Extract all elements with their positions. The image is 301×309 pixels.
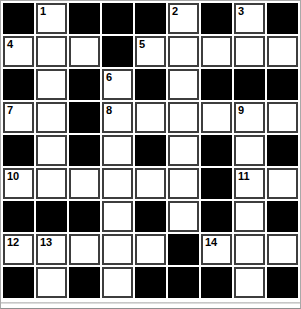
cell-r8c9[interactable] (267, 234, 298, 265)
cell-r5c3 (69, 135, 100, 166)
cell-r3c7 (201, 69, 232, 100)
cell-r5c1 (3, 135, 34, 166)
cell-r4c2[interactable] (36, 102, 67, 133)
clue-number: 11 (238, 170, 250, 183)
cell-r5c4[interactable] (102, 135, 133, 166)
cell-r6c9[interactable] (267, 168, 298, 199)
cell-r3c9 (267, 69, 298, 100)
clue-number: 7 (7, 104, 13, 117)
cell-r4c3 (69, 102, 100, 133)
cell-r5c8[interactable] (234, 135, 265, 166)
cell-r6c8[interactable]: 11 (234, 168, 265, 199)
cell-r1c6[interactable]: 2 (168, 3, 199, 34)
cell-r6c6[interactable] (168, 168, 199, 199)
cell-r8c5[interactable] (135, 234, 166, 265)
cell-r8c6 (168, 234, 199, 265)
cell-r7c3 (69, 201, 100, 232)
cell-r8c4[interactable] (102, 234, 133, 265)
cell-r3c4[interactable]: 6 (102, 69, 133, 100)
cell-r5c6[interactable] (168, 135, 199, 166)
cell-r5c2[interactable] (36, 135, 67, 166)
cell-r7c6[interactable] (168, 201, 199, 232)
cell-r3c3 (69, 69, 100, 100)
clue-number: 6 (106, 71, 112, 84)
cell-r4c5[interactable] (135, 102, 166, 133)
cell-r1c3 (69, 3, 100, 34)
cell-r7c4[interactable] (102, 201, 133, 232)
crossword-grid: 1234567891011121314 (3, 3, 298, 298)
cell-r4c6[interactable] (168, 102, 199, 133)
cell-r4c4[interactable]: 8 (102, 102, 133, 133)
clue-number: 5 (139, 38, 145, 51)
cell-r2c1[interactable]: 4 (3, 36, 34, 67)
cell-r2c3[interactable] (69, 36, 100, 67)
cell-r2c5[interactable]: 5 (135, 36, 166, 67)
cell-r3c1 (3, 69, 34, 100)
cell-r3c5 (135, 69, 166, 100)
cell-r2c2[interactable] (36, 36, 67, 67)
cell-r8c2[interactable]: 13 (36, 234, 67, 265)
cell-r8c3[interactable] (69, 234, 100, 265)
cell-r3c2[interactable] (36, 69, 67, 100)
cell-r7c9 (267, 201, 298, 232)
cell-r6c1[interactable]: 10 (3, 168, 34, 199)
cell-r7c7 (201, 201, 232, 232)
cell-r2c4 (102, 36, 133, 67)
cell-r5c5 (135, 135, 166, 166)
cell-r4c9[interactable] (267, 102, 298, 133)
cell-r1c8[interactable]: 3 (234, 3, 265, 34)
clue-number: 14 (205, 236, 217, 249)
clue-number: 13 (40, 236, 52, 249)
cell-r2c6[interactable] (168, 36, 199, 67)
cell-r6c5[interactable] (135, 168, 166, 199)
cell-r3c8 (234, 69, 265, 100)
cell-r4c7[interactable] (201, 102, 232, 133)
cell-r7c2 (36, 201, 67, 232)
cell-r9c3 (69, 267, 100, 298)
cell-r9c6 (168, 267, 199, 298)
cell-r3c6[interactable] (168, 69, 199, 100)
cell-r1c4 (102, 3, 133, 34)
clue-number: 8 (106, 104, 112, 117)
cell-r6c2[interactable] (36, 168, 67, 199)
cell-r2c9[interactable] (267, 36, 298, 67)
cell-r6c4[interactable] (102, 168, 133, 199)
cell-r9c4[interactable] (102, 267, 133, 298)
cell-r9c9 (267, 267, 298, 298)
cell-r8c8[interactable] (234, 234, 265, 265)
cell-r8c1[interactable]: 12 (3, 234, 34, 265)
cell-r4c1[interactable]: 7 (3, 102, 34, 133)
cell-r1c9 (267, 3, 298, 34)
cell-r9c5 (135, 267, 166, 298)
cell-r8c7[interactable]: 14 (201, 234, 232, 265)
cell-r4c8[interactable]: 9 (234, 102, 265, 133)
cell-r5c9 (267, 135, 298, 166)
cell-r7c1 (3, 201, 34, 232)
cell-r1c5 (135, 3, 166, 34)
crossword-board: 1234567891011121314 (0, 0, 301, 309)
clue-number: 10 (7, 170, 19, 183)
cell-r7c5 (135, 201, 166, 232)
cell-r1c7 (201, 3, 232, 34)
cell-r6c7 (201, 168, 232, 199)
clue-number: 1 (40, 5, 46, 18)
cell-r6c3[interactable] (69, 168, 100, 199)
cell-r1c2[interactable]: 1 (36, 3, 67, 34)
clue-number: 2 (172, 5, 178, 18)
clue-number: 9 (238, 104, 244, 117)
clue-number: 4 (7, 38, 13, 51)
cell-r2c7[interactable] (201, 36, 232, 67)
cell-r2c8[interactable] (234, 36, 265, 67)
cell-r9c2[interactable] (36, 267, 67, 298)
cell-r7c8[interactable] (234, 201, 265, 232)
cell-r5c7 (201, 135, 232, 166)
cell-r9c7 (201, 267, 232, 298)
clue-number: 3 (238, 5, 244, 18)
cell-r9c1 (3, 267, 34, 298)
cell-r1c1 (3, 3, 34, 34)
cell-r9c8[interactable] (234, 267, 265, 298)
clue-number: 12 (7, 236, 19, 249)
